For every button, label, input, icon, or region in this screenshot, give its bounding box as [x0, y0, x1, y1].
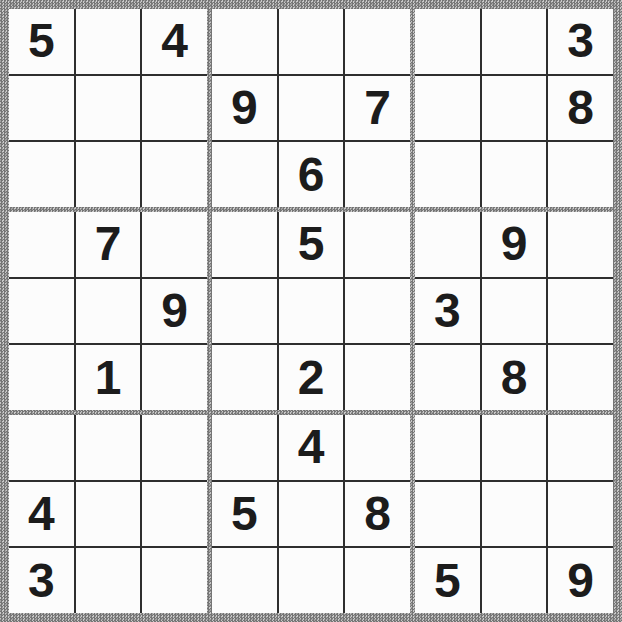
cell-r8c1-given: 4: [9, 482, 74, 547]
cell-r9c8-empty[interactable]: [482, 548, 547, 613]
cell-r6c3-empty[interactable]: [142, 345, 207, 410]
cell-r3c4-empty[interactable]: [212, 142, 277, 207]
cell-r1c2-empty[interactable]: [76, 9, 141, 74]
cell-r4c2-given: 7: [76, 212, 141, 277]
cell-r4c3-empty[interactable]: [142, 212, 207, 277]
cell-r1c3-given: 4: [142, 9, 207, 74]
cell-r9c7-given: 5: [415, 548, 480, 613]
cell-r1c5-empty[interactable]: [279, 9, 344, 74]
cell-r8c4-given: 5: [212, 482, 277, 547]
cell-r7c3-empty[interactable]: [142, 415, 207, 480]
cell-r3c8-empty[interactable]: [482, 142, 547, 207]
box-1-1: 54: [9, 9, 207, 207]
cell-r5c1-empty[interactable]: [9, 279, 74, 344]
cell-r9c6-empty[interactable]: [345, 548, 410, 613]
cell-r2c4-given: 9: [212, 76, 277, 141]
cell-r6c9-empty[interactable]: [548, 345, 613, 410]
cell-r5c4-empty[interactable]: [212, 279, 277, 344]
cell-r1c4-empty[interactable]: [212, 9, 277, 74]
box-3-1: 43: [9, 415, 207, 613]
cell-r5c5-empty[interactable]: [279, 279, 344, 344]
cell-r3c1-empty[interactable]: [9, 142, 74, 207]
cell-r7c9-empty[interactable]: [548, 415, 613, 480]
cell-r8c2-empty[interactable]: [76, 482, 141, 547]
cell-r8c8-empty[interactable]: [482, 482, 547, 547]
box-1-2: 976: [212, 9, 410, 207]
cell-r7c5-given: 4: [279, 415, 344, 480]
box-2-3: 938: [415, 212, 613, 410]
cell-r5c9-empty[interactable]: [548, 279, 613, 344]
cell-r2c7-empty[interactable]: [415, 76, 480, 141]
cell-r5c7-given: 3: [415, 279, 480, 344]
cell-r5c2-empty[interactable]: [76, 279, 141, 344]
cell-r2c2-empty[interactable]: [76, 76, 141, 141]
cell-r1c7-empty[interactable]: [415, 9, 480, 74]
sudoku-board: 5497638791529384345859: [0, 0, 622, 622]
box-3-3: 59: [415, 415, 613, 613]
box-3-2: 458: [212, 415, 410, 613]
cell-r3c3-empty[interactable]: [142, 142, 207, 207]
cell-r4c6-empty[interactable]: [345, 212, 410, 277]
cell-r9c1-given: 3: [9, 548, 74, 613]
box-1-3: 38: [415, 9, 613, 207]
box-2-1: 791: [9, 212, 207, 410]
cell-r6c6-empty[interactable]: [345, 345, 410, 410]
cell-r3c9-empty[interactable]: [548, 142, 613, 207]
cell-r4c5-given: 5: [279, 212, 344, 277]
cell-r8c6-given: 8: [345, 482, 410, 547]
cell-r6c8-given: 8: [482, 345, 547, 410]
cell-r3c2-empty[interactable]: [76, 142, 141, 207]
cell-r7c8-empty[interactable]: [482, 415, 547, 480]
cell-r5c3-given: 9: [142, 279, 207, 344]
cell-r6c5-given: 2: [279, 345, 344, 410]
cell-r8c7-empty[interactable]: [415, 482, 480, 547]
cell-r2c9-given: 8: [548, 76, 613, 141]
cell-r4c4-empty[interactable]: [212, 212, 277, 277]
cell-r2c3-empty[interactable]: [142, 76, 207, 141]
cell-r7c6-empty[interactable]: [345, 415, 410, 480]
cell-r3c6-empty[interactable]: [345, 142, 410, 207]
cell-r9c5-empty[interactable]: [279, 548, 344, 613]
cell-r1c9-given: 3: [548, 9, 613, 74]
cell-r7c7-empty[interactable]: [415, 415, 480, 480]
cell-r4c1-empty[interactable]: [9, 212, 74, 277]
cell-r8c9-empty[interactable]: [548, 482, 613, 547]
cell-r3c5-given: 6: [279, 142, 344, 207]
cell-r8c3-empty[interactable]: [142, 482, 207, 547]
cell-r6c2-given: 1: [76, 345, 141, 410]
cell-r9c2-empty[interactable]: [76, 548, 141, 613]
cell-r6c4-empty[interactable]: [212, 345, 277, 410]
cell-r1c6-empty[interactable]: [345, 9, 410, 74]
cell-r9c4-empty[interactable]: [212, 548, 277, 613]
cell-r4c9-empty[interactable]: [548, 212, 613, 277]
cell-r2c8-empty[interactable]: [482, 76, 547, 141]
cell-r4c7-empty[interactable]: [415, 212, 480, 277]
cell-r3c7-empty[interactable]: [415, 142, 480, 207]
cell-r2c1-empty[interactable]: [9, 76, 74, 141]
cell-r6c7-empty[interactable]: [415, 345, 480, 410]
cell-r4c8-given: 9: [482, 212, 547, 277]
cell-r9c3-empty[interactable]: [142, 548, 207, 613]
cell-r7c4-empty[interactable]: [212, 415, 277, 480]
cell-r1c8-empty[interactable]: [482, 9, 547, 74]
cell-r6c1-empty[interactable]: [9, 345, 74, 410]
cell-r1c1-given: 5: [9, 9, 74, 74]
cell-r8c5-empty[interactable]: [279, 482, 344, 547]
box-2-2: 52: [212, 212, 410, 410]
cell-r5c8-empty[interactable]: [482, 279, 547, 344]
cell-r7c1-empty[interactable]: [9, 415, 74, 480]
cell-r5c6-empty[interactable]: [345, 279, 410, 344]
cell-r2c6-given: 7: [345, 76, 410, 141]
cell-r9c9-given: 9: [548, 548, 613, 613]
cell-r7c2-empty[interactable]: [76, 415, 141, 480]
cell-r2c5-empty[interactable]: [279, 76, 344, 141]
